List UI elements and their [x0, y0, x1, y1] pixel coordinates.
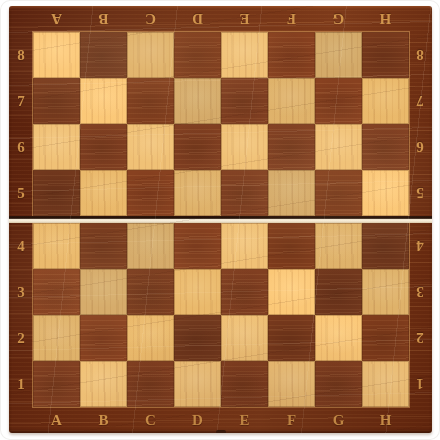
file-label-bottom-b: B — [80, 407, 127, 433]
square-c1[interactable] — [127, 361, 174, 407]
rank-label-right-3: 3 — [408, 269, 432, 315]
rank-label-left-7: 7 — [9, 78, 33, 124]
file-label-bottom-d: D — [174, 407, 221, 433]
square-g1[interactable] — [315, 361, 362, 407]
square-a2[interactable] — [33, 315, 80, 361]
square-a6[interactable] — [33, 124, 80, 170]
rank-label-left-8: 8 — [9, 32, 33, 78]
square-c5[interactable] — [127, 170, 174, 216]
square-f4[interactable] — [268, 223, 315, 269]
square-c3[interactable] — [127, 269, 174, 315]
square-a3[interactable] — [33, 269, 80, 315]
square-c6[interactable] — [127, 124, 174, 170]
square-a5[interactable] — [33, 170, 80, 216]
rank-label-right-1: 1 — [408, 361, 432, 407]
square-c8[interactable] — [127, 32, 174, 78]
square-a4[interactable] — [33, 223, 80, 269]
file-label-top-g: G — [315, 6, 362, 32]
square-e8[interactable] — [221, 32, 268, 78]
square-f5[interactable] — [268, 170, 315, 216]
square-b5[interactable] — [80, 170, 127, 216]
file-label-top-c: C — [127, 6, 174, 32]
square-c4[interactable] — [127, 223, 174, 269]
square-g3[interactable] — [315, 269, 362, 315]
square-b6[interactable] — [80, 124, 127, 170]
square-g7[interactable] — [315, 78, 362, 124]
rank-label-left-1: 1 — [9, 361, 33, 407]
square-e4[interactable] — [221, 223, 268, 269]
square-e6[interactable] — [221, 124, 268, 170]
square-c7[interactable] — [127, 78, 174, 124]
square-h2[interactable] — [362, 315, 409, 361]
file-label-bottom-f: F — [268, 407, 315, 433]
rank-label-left-5: 5 — [9, 170, 33, 216]
square-b4[interactable] — [80, 223, 127, 269]
file-label-top-d: D — [174, 6, 221, 32]
rank-label-right-4: 4 — [408, 223, 432, 269]
square-f6[interactable] — [268, 124, 315, 170]
square-d7[interactable] — [174, 78, 221, 124]
square-f2[interactable] — [268, 315, 315, 361]
squares-grid-bottom-half — [33, 223, 409, 407]
square-d5[interactable] — [174, 170, 221, 216]
file-label-top-b: B — [80, 6, 127, 32]
square-d4[interactable] — [174, 223, 221, 269]
square-g6[interactable] — [315, 124, 362, 170]
rank-label-right-6: 6 — [408, 124, 432, 170]
square-e7[interactable] — [221, 78, 268, 124]
square-d8[interactable] — [174, 32, 221, 78]
board-photo: ABCDEFGH 8765 8765 4321 4321 ABCDEFGH — [0, 0, 440, 440]
file-label-bottom-h: H — [362, 407, 409, 433]
square-b1[interactable] — [80, 361, 127, 407]
square-f3[interactable] — [268, 269, 315, 315]
square-g5[interactable] — [315, 170, 362, 216]
rank-labels-right-bottom: 4321 — [408, 223, 432, 407]
square-a8[interactable] — [33, 32, 80, 78]
square-h5[interactable] — [362, 170, 409, 216]
square-h7[interactable] — [362, 78, 409, 124]
fold-seam — [9, 216, 432, 223]
square-g4[interactable] — [315, 223, 362, 269]
square-c2[interactable] — [127, 315, 174, 361]
square-d1[interactable] — [174, 361, 221, 407]
square-f8[interactable] — [268, 32, 315, 78]
rank-label-left-6: 6 — [9, 124, 33, 170]
file-label-bottom-c: C — [127, 407, 174, 433]
square-d2[interactable] — [174, 315, 221, 361]
square-e2[interactable] — [221, 315, 268, 361]
square-g8[interactable] — [315, 32, 362, 78]
squares-grid-top-half — [33, 32, 409, 216]
square-b3[interactable] — [80, 269, 127, 315]
file-label-bottom-a: A — [33, 407, 80, 433]
square-e1[interactable] — [221, 361, 268, 407]
file-labels-top: ABCDEFGH — [33, 6, 409, 32]
file-label-bottom-g: G — [315, 407, 362, 433]
square-a7[interactable] — [33, 78, 80, 124]
square-d3[interactable] — [174, 269, 221, 315]
square-b7[interactable] — [80, 78, 127, 124]
file-label-top-e: E — [221, 6, 268, 32]
square-e5[interactable] — [221, 170, 268, 216]
square-h3[interactable] — [362, 269, 409, 315]
square-e3[interactable] — [221, 269, 268, 315]
square-h6[interactable] — [362, 124, 409, 170]
square-d6[interactable] — [174, 124, 221, 170]
rank-labels-right-top: 8765 — [408, 32, 432, 216]
chessboard: ABCDEFGH 8765 8765 4321 4321 ABCDEFGH — [9, 6, 432, 433]
rank-label-left-2: 2 — [9, 315, 33, 361]
file-label-top-f: F — [268, 6, 315, 32]
rank-label-left-3: 3 — [9, 269, 33, 315]
file-label-top-a: A — [33, 6, 80, 32]
square-a1[interactable] — [33, 361, 80, 407]
rank-labels-left-bottom: 4321 — [9, 223, 33, 407]
rank-label-right-8: 8 — [408, 32, 432, 78]
square-b2[interactable] — [80, 315, 127, 361]
rank-labels-left-top: 8765 — [9, 32, 33, 216]
rank-label-right-2: 2 — [408, 315, 432, 361]
square-f1[interactable] — [268, 361, 315, 407]
rank-label-left-4: 4 — [9, 223, 33, 269]
square-h8[interactable] — [362, 32, 409, 78]
file-label-bottom-e: E — [221, 407, 268, 433]
board-clasp — [216, 430, 226, 433]
square-b8[interactable] — [80, 32, 127, 78]
rank-label-right-5: 5 — [408, 170, 432, 216]
square-g2[interactable] — [315, 315, 362, 361]
square-f7[interactable] — [268, 78, 315, 124]
square-h4[interactable] — [362, 223, 409, 269]
file-label-top-h: H — [362, 6, 409, 32]
rank-label-right-7: 7 — [408, 78, 432, 124]
square-h1[interactable] — [362, 361, 409, 407]
